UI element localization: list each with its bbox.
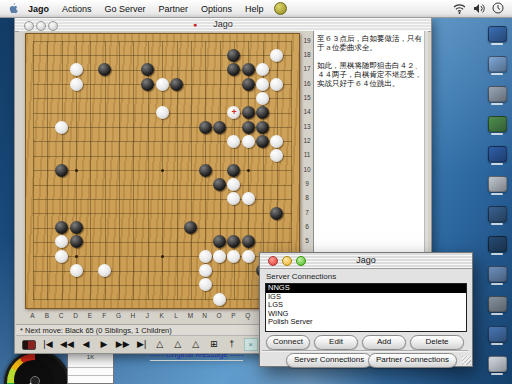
white-stone-N2[interactable] — [199, 278, 212, 291]
black-stone-O9[interactable] — [213, 178, 226, 191]
dialog-title: Jago — [260, 255, 472, 265]
record-icon[interactable] — [22, 340, 36, 350]
comment-paragraph: 如此，黑棋将随即狙击白４２、４４两子，白棋肯定不堪忍受，实战只好于６４位跳出。 — [317, 61, 425, 88]
row-label-9: 9 — [302, 180, 312, 187]
main-title-bar[interactable]: ● Jago — [15, 18, 431, 32]
grid-line — [33, 185, 292, 186]
desktop-icon[interactable] — [488, 116, 507, 132]
column-label-J: J — [143, 312, 152, 319]
column-label-O: O — [215, 312, 224, 319]
add-button[interactable]: Add — [362, 335, 406, 350]
column-label-E: E — [85, 312, 94, 319]
white-stone-P9[interactable] — [227, 178, 240, 191]
desktop-icon[interactable] — [488, 86, 507, 102]
column-label-P: P — [229, 312, 238, 319]
dialog-separator — [262, 350, 468, 352]
row-label-13: 13 — [302, 123, 312, 130]
column-label-D: D — [71, 312, 80, 319]
white-stone-S16[interactable] — [270, 78, 283, 91]
black-stone-O13[interactable] — [213, 121, 226, 134]
row-label-19: 19 — [302, 37, 312, 44]
desktop-icon[interactable] — [488, 146, 507, 162]
connect-button[interactable]: Connect — [266, 335, 310, 350]
resize-grip[interactable] — [462, 356, 471, 365]
white-stone-D17[interactable] — [70, 63, 83, 76]
server-item-polish-server[interactable]: Polish Server — [266, 318, 466, 327]
black-stone-N10[interactable] — [199, 164, 212, 177]
meter-label: 1K — [68, 354, 113, 361]
clock-icon[interactable] — [492, 2, 504, 14]
white-stone-Q4[interactable] — [242, 250, 255, 263]
meter-widget: 1K — [67, 353, 114, 384]
dialog-title-bar[interactable]: Jago — [260, 253, 472, 269]
comment-paragraph: 至６３点后，白如要做活，只有于ａ位委曲求全。 — [317, 34, 425, 52]
desktop-icon[interactable] — [488, 356, 507, 372]
server-item-nngs[interactable]: NNGS — [266, 284, 466, 293]
forward-icon[interactable]: ▶ — [98, 338, 110, 351]
partner-connections-button[interactable]: Partner Connections — [368, 353, 457, 368]
white-stone-P8[interactable] — [227, 192, 240, 205]
desktop-icon[interactable] — [488, 296, 507, 312]
first-move-icon[interactable]: |◀ — [42, 338, 54, 351]
server-item-lgs[interactable]: LGS — [266, 301, 466, 310]
black-stone-C10[interactable] — [55, 164, 68, 177]
desktop: ----- Original Message ----- 40 75 1K ● … — [0, 0, 512, 384]
desktop-icon[interactable] — [488, 326, 507, 342]
black-stone-S7[interactable] — [270, 207, 283, 220]
row-label-15: 15 — [302, 94, 312, 101]
row-label-6: 6 — [302, 223, 312, 230]
edit-button[interactable]: Edit — [314, 335, 358, 350]
black-stone-R14[interactable] — [256, 106, 269, 119]
menu-partner[interactable]: Partner — [159, 4, 189, 14]
column-label-H: H — [128, 312, 137, 319]
black-stone-M6[interactable] — [184, 221, 197, 234]
black-stone-Q13[interactable] — [242, 121, 255, 134]
black-stone-D6[interactable] — [70, 221, 83, 234]
white-stone-N3[interactable] — [199, 264, 212, 277]
row-label-18: 18 — [302, 51, 312, 58]
black-stone-L16[interactable] — [170, 78, 183, 91]
column-label-B: B — [42, 312, 51, 319]
white-stone-C4[interactable] — [55, 250, 68, 263]
wifi-icon[interactable] — [453, 3, 466, 14]
black-stone-N13[interactable] — [199, 121, 212, 134]
black-stone-Q14[interactable] — [242, 106, 255, 119]
white-stone-C13[interactable] — [55, 121, 68, 134]
desktop-icon[interactable] — [488, 206, 507, 222]
black-stone-J17[interactable] — [141, 63, 154, 76]
white-stone-D16[interactable] — [70, 78, 83, 91]
white-stone-S11[interactable] — [270, 149, 283, 162]
gauge-widget: 40 75 — [4, 350, 70, 384]
black-stone-J16[interactable] — [141, 78, 154, 91]
white-stone-C5[interactable] — [55, 235, 68, 248]
row-label-14: 14 — [302, 108, 312, 115]
white-stone-R16[interactable] — [256, 78, 269, 91]
volume-icon[interactable] — [473, 3, 485, 14]
hoshi-point — [75, 255, 78, 258]
row-label-11: 11 — [302, 151, 312, 158]
desktop-icon[interactable] — [488, 176, 507, 192]
grid-line — [191, 41, 192, 300]
black-stone-P18[interactable] — [227, 49, 240, 62]
black-stone-Q17[interactable] — [242, 63, 255, 76]
tree-down-icon[interactable]: △ — [190, 338, 202, 351]
fast-forward-icon[interactable]: ▶▶ — [116, 338, 130, 351]
gauge-hub — [30, 376, 40, 384]
disabled-close-icon: × — [244, 338, 258, 351]
desktop-icon[interactable] — [488, 56, 507, 72]
row-label-7: 7 — [302, 209, 312, 216]
tree-main-icon[interactable]: △ — [172, 338, 184, 351]
column-label-N: N — [200, 312, 209, 319]
row-label-8: 8 — [302, 194, 312, 201]
white-stone-F3[interactable] — [98, 264, 111, 277]
black-stone-F17[interactable] — [98, 63, 111, 76]
hoshi-point — [161, 255, 164, 258]
column-label-C: C — [57, 312, 66, 319]
server-connections-label: Server Connections — [266, 272, 336, 281]
black-stone-P17[interactable] — [227, 63, 240, 76]
server-connections-button[interactable]: Server Connections — [286, 353, 372, 368]
column-label-M: M — [186, 312, 195, 319]
white-stone-R17[interactable] — [256, 63, 269, 76]
row-label-16: 16 — [302, 80, 312, 87]
menu-options[interactable]: Options — [201, 4, 232, 14]
row-label-10: 10 — [302, 166, 312, 173]
server-item-igs[interactable]: IGS — [266, 293, 466, 302]
white-stone-D3[interactable] — [70, 264, 83, 277]
main-window-title: Jago — [15, 19, 431, 29]
black-stone-R12[interactable] — [256, 135, 269, 148]
column-label-A: A — [28, 312, 37, 319]
menu-actions[interactable]: Actions — [62, 4, 92, 14]
grid-line — [33, 285, 292, 286]
grid-line — [33, 299, 292, 300]
desktop-icon[interactable] — [488, 266, 507, 282]
white-stone-K14[interactable] — [156, 106, 169, 119]
desktop-icon[interactable] — [488, 26, 507, 42]
mark-icon[interactable]: † — [226, 338, 238, 351]
row-label-5: 5 — [302, 237, 312, 244]
white-stone-R15[interactable] — [256, 92, 269, 105]
white-stone-O4[interactable] — [213, 250, 226, 263]
white-stone-Q8[interactable] — [242, 192, 255, 205]
white-stone-K16[interactable] — [156, 78, 169, 91]
row-label-17: 17 — [302, 65, 312, 72]
white-stone-S12[interactable] — [270, 135, 283, 148]
column-label-K: K — [157, 312, 166, 319]
back-icon[interactable]: ◀ — [80, 338, 92, 351]
last-move-marker: + — [231, 108, 236, 117]
menu-jago[interactable]: Jago — [28, 4, 49, 14]
apple-icon[interactable] — [8, 2, 19, 15]
black-stone-D5[interactable] — [70, 235, 83, 248]
column-label-Q: Q — [243, 312, 252, 319]
row-label-12: 12 — [302, 137, 312, 144]
fast-back-icon[interactable]: ◀◀ — [60, 338, 74, 351]
black-stone-P10[interactable] — [227, 164, 240, 177]
white-stone-P12[interactable] — [227, 135, 240, 148]
menus: JagoActionsGo ServerPartnerOptionsHelp — [28, 4, 264, 14]
black-stone-O5[interactable] — [213, 235, 226, 248]
last-move-icon[interactable]: ▶| — [136, 338, 148, 351]
column-label-G: G — [114, 312, 123, 319]
server-connections-dialog: Jago Server Connections NNGSIGSLGSWINGPo… — [259, 252, 473, 367]
grid-line — [33, 213, 292, 214]
menu-bar: JagoActionsGo ServerPartnerOptionsHelp — [0, 0, 512, 18]
white-stone-Q12[interactable] — [242, 135, 255, 148]
black-stone-P5[interactable] — [227, 235, 240, 248]
server-list[interactable]: NNGSIGSLGSWINGPolish Server — [265, 283, 467, 332]
black-stone-R13[interactable] — [256, 121, 269, 134]
black-stone-Q5[interactable] — [242, 235, 255, 248]
java-cup-icon[interactable] — [274, 2, 287, 15]
column-label-L: L — [172, 312, 181, 319]
hoshi-point — [247, 169, 250, 172]
black-stone-C6[interactable] — [55, 221, 68, 234]
white-stone-S18[interactable] — [270, 49, 283, 62]
delete-button[interactable]: Delete — [410, 335, 464, 350]
black-stone-Q16[interactable] — [242, 78, 255, 91]
tree-up-icon[interactable]: △ — [154, 338, 166, 351]
white-stone-N4[interactable] — [199, 250, 212, 263]
hoshi-point — [161, 169, 164, 172]
menu-help[interactable]: Help — [245, 4, 264, 14]
goban-icon[interactable]: ⊞ — [208, 338, 220, 351]
menu-go-server[interactable]: Go Server — [105, 4, 146, 14]
white-stone-P4[interactable] — [227, 250, 240, 263]
white-stone-O1[interactable] — [213, 293, 226, 306]
hoshi-point — [75, 169, 78, 172]
column-label-F: F — [100, 312, 109, 319]
desktop-icon[interactable] — [488, 236, 507, 252]
